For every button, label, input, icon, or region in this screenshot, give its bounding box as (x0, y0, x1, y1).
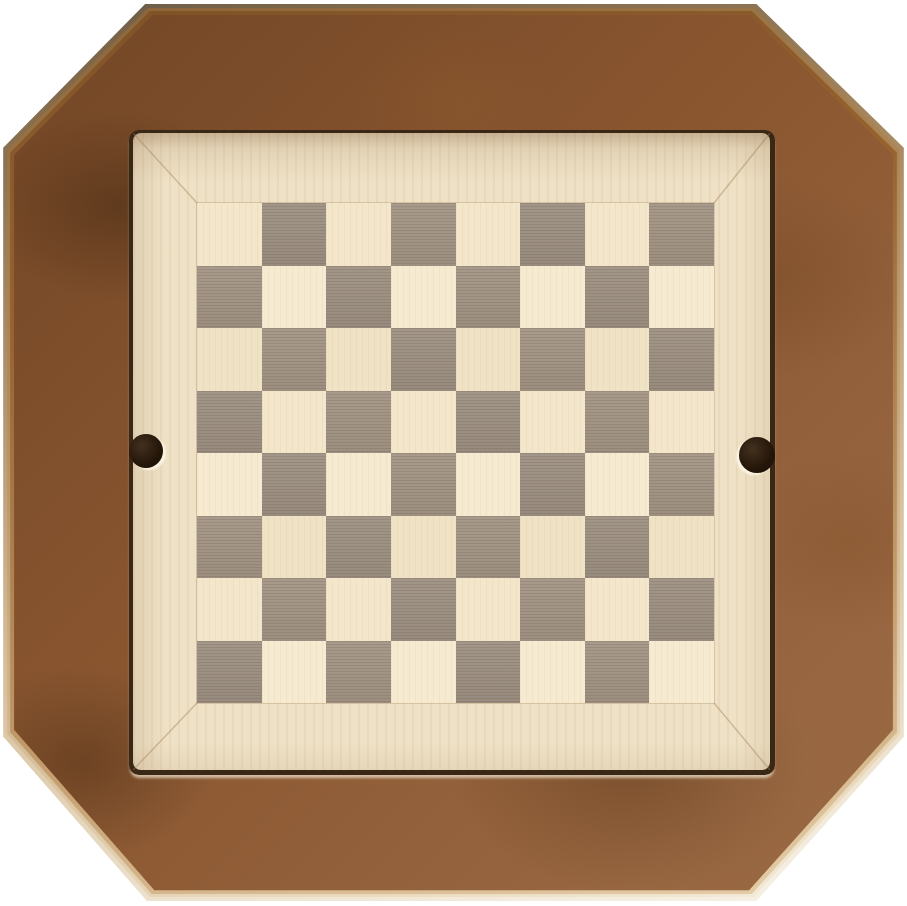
square-e7[interactable] (456, 266, 521, 329)
square-g5[interactable] (585, 391, 650, 454)
square-e4[interactable] (456, 453, 521, 516)
square-h5[interactable] (649, 391, 714, 454)
square-a6[interactable] (197, 328, 262, 391)
square-a8[interactable] (197, 203, 262, 266)
square-h7[interactable] (649, 266, 714, 329)
chessboard-grid (197, 203, 714, 703)
square-d4[interactable] (391, 453, 456, 516)
square-a2[interactable] (197, 578, 262, 641)
square-g3[interactable] (585, 516, 650, 579)
square-g8[interactable] (585, 203, 650, 266)
square-b2[interactable] (262, 578, 327, 641)
square-a3[interactable] (197, 516, 262, 579)
square-b3[interactable] (262, 516, 327, 579)
square-e8[interactable] (456, 203, 521, 266)
square-f2[interactable] (520, 578, 585, 641)
left-finger-hole (129, 434, 163, 468)
square-c5[interactable] (326, 391, 391, 454)
square-f8[interactable] (520, 203, 585, 266)
right-finger-hole (739, 437, 775, 473)
square-g2[interactable] (585, 578, 650, 641)
square-f1[interactable] (520, 641, 585, 704)
square-f4[interactable] (520, 453, 585, 516)
square-d2[interactable] (391, 578, 456, 641)
square-b7[interactable] (262, 266, 327, 329)
square-d7[interactable] (391, 266, 456, 329)
square-a1[interactable] (197, 641, 262, 704)
square-d8[interactable] (391, 203, 456, 266)
square-f3[interactable] (520, 516, 585, 579)
square-b5[interactable] (262, 391, 327, 454)
square-c3[interactable] (326, 516, 391, 579)
square-h1[interactable] (649, 641, 714, 704)
square-b6[interactable] (262, 328, 327, 391)
square-b4[interactable] (262, 453, 327, 516)
square-a7[interactable] (197, 266, 262, 329)
square-f5[interactable] (520, 391, 585, 454)
square-c7[interactable] (326, 266, 391, 329)
square-h8[interactable] (649, 203, 714, 266)
square-h6[interactable] (649, 328, 714, 391)
square-d6[interactable] (391, 328, 456, 391)
square-g7[interactable] (585, 266, 650, 329)
square-e6[interactable] (456, 328, 521, 391)
square-h4[interactable] (649, 453, 714, 516)
square-g4[interactable] (585, 453, 650, 516)
square-e2[interactable] (456, 578, 521, 641)
square-c1[interactable] (326, 641, 391, 704)
square-c6[interactable] (326, 328, 391, 391)
square-f7[interactable] (520, 266, 585, 329)
maple-board-panel (133, 133, 770, 770)
square-e1[interactable] (456, 641, 521, 704)
square-c2[interactable] (326, 578, 391, 641)
square-e5[interactable] (456, 391, 521, 454)
square-a4[interactable] (197, 453, 262, 516)
square-e3[interactable] (456, 516, 521, 579)
square-g1[interactable] (585, 641, 650, 704)
square-h2[interactable] (649, 578, 714, 641)
square-c8[interactable] (326, 203, 391, 266)
square-a5[interactable] (197, 391, 262, 454)
square-b1[interactable] (262, 641, 327, 704)
square-g6[interactable] (585, 328, 650, 391)
square-d5[interactable] (391, 391, 456, 454)
square-b8[interactable] (262, 203, 327, 266)
square-c4[interactable] (326, 453, 391, 516)
square-h3[interactable] (649, 516, 714, 579)
game-table-photo (0, 0, 907, 906)
square-d1[interactable] (391, 641, 456, 704)
square-d3[interactable] (391, 516, 456, 579)
square-f6[interactable] (520, 328, 585, 391)
